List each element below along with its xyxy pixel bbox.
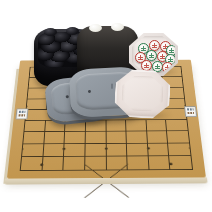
black-stone: [66, 27, 79, 35]
board-cell: [85, 144, 106, 157]
lid-dot: [65, 95, 68, 98]
board-cell: [146, 120, 167, 132]
board-cell: [167, 131, 189, 143]
board-cell: [45, 120, 66, 132]
board-cell: [106, 157, 128, 170]
white-stone: [111, 23, 124, 31]
board-cell: [85, 157, 106, 170]
board-cell: [126, 120, 147, 132]
board-cell: [147, 132, 168, 144]
board-cell: [85, 132, 106, 144]
board-cell: [42, 157, 64, 170]
xiangqi-piece-disc: [141, 60, 152, 71]
board-cell: [64, 157, 86, 170]
lid-dot: [87, 90, 90, 93]
board-cell: [148, 156, 170, 169]
board-cell: [148, 144, 170, 157]
board-cell: [106, 120, 127, 132]
board-cell: [168, 144, 190, 157]
white-stone: [89, 24, 102, 32]
board-cell: [24, 120, 45, 132]
board-cell: [106, 144, 127, 157]
river-label-right: [184, 107, 197, 118]
board-cell: [127, 144, 148, 157]
product-photo-stage: [0, 0, 212, 212]
board-cell: [65, 132, 86, 144]
board-cell: [166, 120, 187, 132]
xiangqi-piece-case: [129, 33, 178, 76]
board-cell: [22, 144, 44, 157]
board-cell: [26, 99, 47, 110]
board-cell: [43, 144, 65, 157]
river-label-left: [15, 109, 28, 120]
octagonal-lid-surface: [121, 75, 164, 112]
board-cell: [86, 120, 106, 132]
board-cell: [170, 156, 192, 169]
board-cell: [21, 157, 43, 170]
board-cell: [127, 132, 148, 144]
board-cell: [106, 132, 127, 144]
board-cell: [127, 156, 149, 169]
board-cell: [65, 120, 86, 132]
black-stone: [44, 28, 57, 36]
board-cell: [64, 144, 85, 157]
board-cell: [44, 132, 65, 144]
pieces-cluster: [132, 36, 175, 73]
board-cell: [23, 132, 45, 144]
white-go-stones: [81, 29, 134, 64]
